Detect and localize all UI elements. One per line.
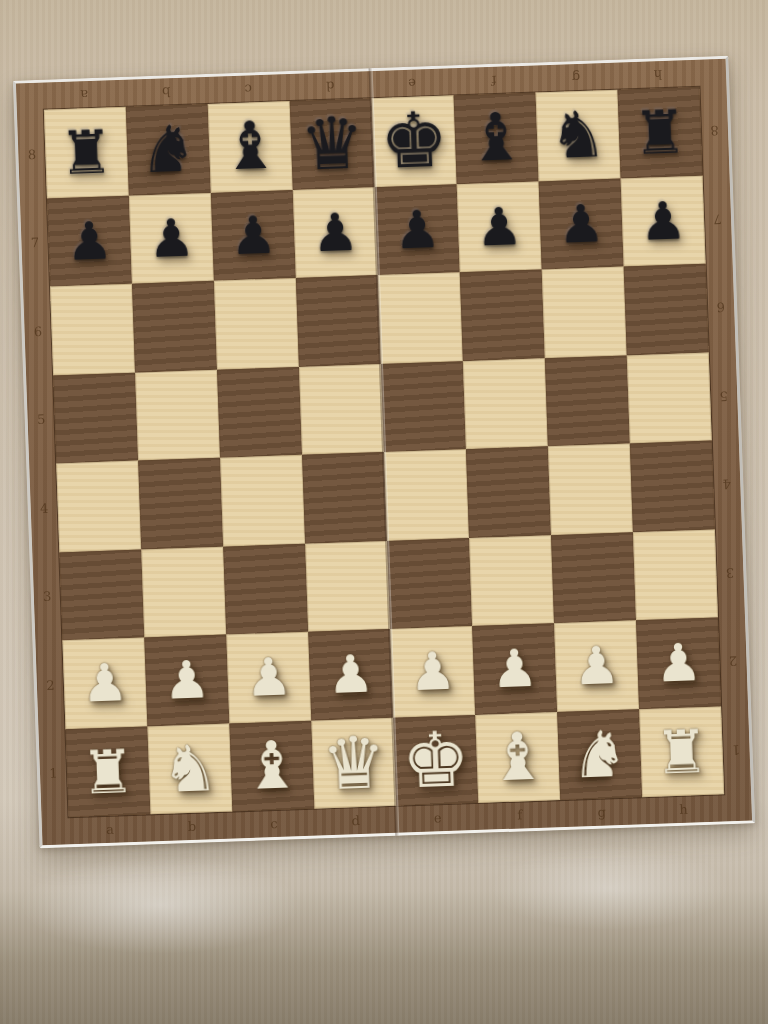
square-d4[interactable]: [302, 452, 387, 543]
square-h4[interactable]: [630, 441, 715, 532]
square-c4[interactable]: [220, 455, 305, 546]
white-pawn-b2: ♟: [163, 653, 211, 707]
white-bishop-c1: ♝: [241, 732, 302, 800]
black-pawn-g7: ♟: [557, 197, 605, 251]
file-label-h-bottom: h: [642, 794, 725, 824]
square-a5[interactable]: [53, 372, 138, 463]
square-g1[interactable]: ♞: [557, 709, 642, 800]
square-a4[interactable]: [56, 461, 141, 552]
square-f4[interactable]: [466, 446, 551, 537]
rank-label-1-right: 1: [721, 705, 751, 794]
square-c2[interactable]: ♟: [226, 632, 311, 723]
square-a7[interactable]: ♟: [47, 195, 132, 286]
rank-label-8-right: 8: [699, 86, 729, 175]
black-knight-g8: ♞: [548, 102, 608, 168]
square-a6[interactable]: [50, 284, 135, 375]
white-pawn-e2: ♟: [408, 645, 456, 699]
square-g5[interactable]: [545, 355, 630, 446]
file-label-b-top: b: [125, 77, 208, 107]
black-pawn-c7: ♟: [229, 208, 277, 262]
black-knight-b8: ♞: [139, 117, 199, 183]
file-label-a-top: a: [43, 80, 126, 110]
file-label-d-bottom: d: [314, 806, 397, 836]
square-g6[interactable]: [542, 267, 627, 358]
square-b5[interactable]: [135, 369, 220, 460]
square-e7[interactable]: ♟: [375, 184, 460, 275]
square-c6[interactable]: [214, 278, 299, 369]
white-king-e1: ♚: [400, 721, 471, 799]
rank-label-7-right: 7: [703, 174, 733, 263]
square-g4[interactable]: [548, 443, 633, 534]
square-f7[interactable]: ♟: [457, 181, 542, 272]
chessboard: 87654321 87654321 abcdefgh abcdefgh ♜♞♝♛…: [13, 56, 755, 849]
square-d7[interactable]: ♟: [293, 187, 378, 278]
square-d6[interactable]: [296, 275, 381, 366]
file-label-g-bottom: g: [560, 797, 643, 827]
square-a1[interactable]: ♜: [65, 726, 150, 817]
black-bishop-f8: ♝: [465, 104, 526, 172]
square-h1[interactable]: ♜: [639, 706, 724, 797]
file-label-a-bottom: a: [69, 814, 152, 844]
square-f6[interactable]: [460, 269, 545, 360]
square-c7[interactable]: ♟: [211, 190, 296, 281]
black-rook-a8: ♜: [58, 122, 114, 184]
rank-label-4-right: 4: [712, 440, 742, 529]
square-b1[interactable]: ♞: [147, 723, 232, 814]
white-rook-h1: ♜: [654, 721, 710, 783]
white-knight-g1: ♞: [570, 721, 630, 787]
white-pawn-f2: ♟: [490, 642, 538, 696]
square-b7[interactable]: ♟: [129, 192, 214, 283]
square-h8[interactable]: ♜: [617, 87, 702, 178]
square-d2[interactable]: ♟: [308, 629, 393, 720]
square-h7[interactable]: ♟: [621, 175, 706, 266]
square-e1[interactable]: ♚: [393, 714, 478, 805]
square-c3[interactable]: [223, 543, 308, 634]
white-knight-b1: ♞: [160, 736, 220, 802]
file-label-b-bottom: b: [151, 812, 234, 842]
table-surface: 87654321 87654321 abcdefgh abcdefgh ♜♞♝♛…: [0, 0, 768, 1024]
white-pawn-c2: ♟: [245, 651, 293, 705]
file-label-g-top: g: [535, 63, 618, 93]
black-pawn-a7: ♟: [65, 214, 113, 268]
square-f8[interactable]: ♝: [454, 92, 539, 183]
square-c1[interactable]: ♝: [229, 720, 314, 811]
rank-label-3-left: 3: [32, 552, 62, 641]
black-bishop-c8: ♝: [220, 113, 281, 181]
file-label-c-top: c: [207, 74, 290, 104]
black-pawn-f7: ♟: [475, 200, 523, 254]
square-h6[interactable]: [624, 264, 709, 355]
file-label-d-top: d: [289, 71, 372, 101]
rank-label-2-left: 2: [35, 640, 65, 729]
square-e8[interactable]: ♚: [372, 95, 457, 186]
rank-label-5-left: 5: [26, 375, 56, 464]
black-queen-d8: ♛: [299, 107, 366, 181]
black-pawn-b7: ♟: [147, 211, 195, 265]
square-e5[interactable]: [381, 361, 466, 452]
file-label-c-bottom: c: [232, 809, 315, 839]
square-g7[interactable]: ♟: [539, 178, 624, 269]
square-d8[interactable]: ♛: [290, 98, 375, 189]
square-e3[interactable]: [387, 538, 472, 629]
rank-label-4-left: 4: [29, 463, 59, 552]
white-queen-d1: ♛: [320, 726, 387, 800]
black-pawn-d7: ♟: [311, 206, 359, 260]
square-a8[interactable]: ♜: [44, 107, 129, 198]
square-b2[interactable]: ♟: [144, 635, 229, 726]
square-g2[interactable]: ♟: [554, 620, 639, 711]
white-rook-a1: ♜: [80, 741, 136, 803]
file-label-f-top: f: [453, 66, 536, 96]
square-a2[interactable]: ♟: [62, 637, 147, 728]
square-e6[interactable]: [378, 272, 463, 363]
black-rook-h8: ♜: [632, 102, 688, 164]
square-g8[interactable]: ♞: [536, 90, 621, 181]
rank-label-3-right: 3: [715, 528, 745, 617]
square-b3[interactable]: [141, 546, 226, 637]
square-h3[interactable]: [633, 529, 718, 620]
white-pawn-a2: ♟: [81, 656, 129, 710]
square-e4[interactable]: [384, 449, 469, 540]
file-label-f-bottom: f: [478, 800, 561, 830]
square-c8[interactable]: ♝: [208, 101, 293, 192]
rank-label-2-right: 2: [718, 617, 748, 706]
square-b8[interactable]: ♞: [126, 104, 211, 195]
white-pawn-g2: ♟: [572, 639, 620, 693]
square-b4[interactable]: [138, 458, 223, 549]
square-f2[interactable]: ♟: [472, 623, 557, 714]
rank-label-1-left: 1: [38, 729, 68, 818]
square-b6[interactable]: [132, 281, 217, 372]
square-f1[interactable]: ♝: [475, 712, 560, 803]
black-pawn-h7: ♟: [639, 194, 687, 248]
square-d1[interactable]: ♛: [311, 717, 396, 808]
square-e2[interactable]: ♟: [390, 626, 475, 717]
white-bishop-f1: ♝: [487, 723, 548, 791]
square-c5[interactable]: [217, 366, 302, 457]
square-d3[interactable]: [305, 540, 390, 631]
black-pawn-e7: ♟: [393, 203, 441, 257]
file-label-e-bottom: e: [396, 803, 479, 833]
square-f5[interactable]: [463, 358, 548, 449]
square-a3[interactable]: [59, 549, 144, 640]
rank-label-6-left: 6: [23, 287, 53, 376]
file-label-e-top: e: [371, 68, 454, 98]
black-king-e8: ♚: [379, 102, 450, 180]
white-pawn-h2: ♟: [654, 636, 702, 690]
square-f3[interactable]: [469, 535, 554, 626]
square-h2[interactable]: ♟: [636, 617, 721, 708]
white-pawn-d2: ♟: [327, 648, 375, 702]
square-h5[interactable]: [627, 352, 712, 443]
rank-label-5-right: 5: [709, 351, 739, 440]
rank-label-7-left: 7: [20, 198, 50, 287]
rank-label-8-left: 8: [17, 110, 47, 199]
square-g3[interactable]: [551, 532, 636, 623]
rank-label-6-right: 6: [706, 263, 736, 352]
file-label-h-top: h: [617, 60, 700, 90]
square-d5[interactable]: [299, 364, 384, 455]
